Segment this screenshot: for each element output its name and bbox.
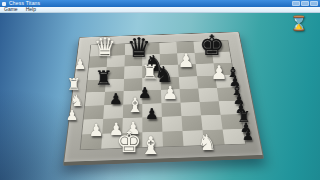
piece-b7-Q[interactable]: ♛ [93,34,116,60]
captured-black-7-p: ♟ [242,129,254,142]
square-g4[interactable] [198,88,218,102]
square-g3[interactable] [200,101,221,115]
hourglass-icon: ⌛ [290,16,307,30]
captured-white-0-P: ♟ [74,57,87,71]
square-a4[interactable] [85,92,105,106]
piece-h7-k[interactable]: ♚ [199,32,224,60]
menu-bar: Game Help [0,7,320,13]
window-icon [2,2,6,6]
title-bar: Chess Titans [0,0,320,7]
square-a3[interactable] [84,105,104,120]
piece-a2-P[interactable]: ♟ [88,122,103,139]
piece-c1-K[interactable]: ♚ [116,128,142,157]
square-f3[interactable] [181,102,202,116]
maximize-button[interactable] [301,1,309,6]
square-f2[interactable] [181,115,202,130]
piece-f6-P[interactable]: ♟ [177,51,194,70]
square-f5[interactable] [179,76,199,89]
square-e3[interactable] [161,102,181,116]
piece-e4-P[interactable]: ♟ [162,84,178,102]
piece-c3-B[interactable]: ♝ [126,95,144,115]
minimize-button[interactable] [292,1,300,6]
square-f4[interactable] [180,88,200,102]
square-c6[interactable] [124,66,142,79]
piece-a5-r[interactable]: ♜ [95,68,113,88]
captured-white-3-P: ♟ [66,108,79,122]
piece-f1-N[interactable]: ♞ [197,132,217,154]
piece-h5-P[interactable]: ♟ [210,63,227,82]
menu-game[interactable]: Game [4,7,18,12]
close-button[interactable] [310,1,318,6]
piece-d3-p[interactable]: ♟ [145,107,158,122]
piece-d1-B[interactable]: ♝ [140,133,162,158]
square-e1[interactable] [162,131,183,147]
square-e2[interactable] [162,116,183,131]
menu-help[interactable]: Help [26,7,36,12]
piece-b4-p[interactable]: ♟ [109,92,122,107]
square-g2[interactable] [201,115,223,130]
